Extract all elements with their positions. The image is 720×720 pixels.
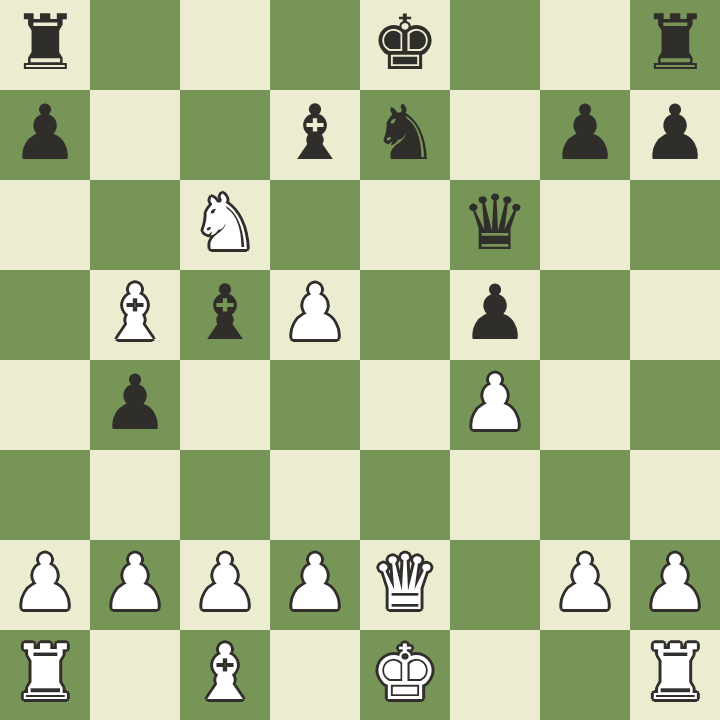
square-a3[interactable]	[0, 450, 90, 540]
square-a6[interactable]	[0, 180, 90, 270]
square-h5[interactable]	[630, 270, 720, 360]
square-g5[interactable]	[540, 270, 630, 360]
piece-black-bishop[interactable]: ♝	[281, 95, 349, 171]
square-h7[interactable]: ♟	[630, 90, 720, 180]
square-g7[interactable]: ♟	[540, 90, 630, 180]
square-e8[interactable]: ♚	[360, 0, 450, 90]
square-g8[interactable]	[540, 0, 630, 90]
piece-black-king[interactable]: ♚	[371, 5, 439, 81]
square-b8[interactable]	[90, 0, 180, 90]
piece-white-knight[interactable]: ♞	[191, 185, 259, 261]
square-c2[interactable]: ♟	[180, 540, 270, 630]
square-e2[interactable]: ♛	[360, 540, 450, 630]
square-c4[interactable]	[180, 360, 270, 450]
square-b6[interactable]	[90, 180, 180, 270]
piece-white-queen[interactable]: ♛	[371, 545, 439, 621]
square-b5[interactable]: ♝	[90, 270, 180, 360]
square-d4[interactable]	[270, 360, 360, 450]
piece-black-pawn[interactable]: ♟	[101, 365, 169, 441]
square-c6[interactable]: ♞	[180, 180, 270, 270]
square-d1[interactable]	[270, 630, 360, 720]
piece-black-pawn[interactable]: ♟	[461, 275, 529, 351]
square-d7[interactable]: ♝	[270, 90, 360, 180]
piece-white-king[interactable]: ♚	[371, 635, 439, 711]
square-b3[interactable]	[90, 450, 180, 540]
square-e3[interactable]	[360, 450, 450, 540]
square-f4[interactable]: ♟	[450, 360, 540, 450]
square-b2[interactable]: ♟	[90, 540, 180, 630]
piece-black-knight[interactable]: ♞	[371, 95, 439, 171]
square-c1[interactable]: ♝	[180, 630, 270, 720]
square-h6[interactable]	[630, 180, 720, 270]
square-f6[interactable]: ♛	[450, 180, 540, 270]
square-g6[interactable]	[540, 180, 630, 270]
piece-white-pawn[interactable]: ♟	[641, 545, 709, 621]
piece-black-pawn[interactable]: ♟	[11, 95, 79, 171]
piece-white-pawn[interactable]: ♟	[281, 545, 349, 621]
square-f5[interactable]: ♟	[450, 270, 540, 360]
square-c5[interactable]: ♝	[180, 270, 270, 360]
square-f8[interactable]	[450, 0, 540, 90]
square-a4[interactable]	[0, 360, 90, 450]
square-d5[interactable]: ♟	[270, 270, 360, 360]
piece-white-pawn[interactable]: ♟	[281, 275, 349, 351]
square-d3[interactable]	[270, 450, 360, 540]
piece-white-pawn[interactable]: ♟	[191, 545, 259, 621]
square-a8[interactable]: ♜	[0, 0, 90, 90]
square-f1[interactable]	[450, 630, 540, 720]
piece-white-rook[interactable]: ♜	[11, 635, 79, 711]
square-a2[interactable]: ♟	[0, 540, 90, 630]
square-d2[interactable]: ♟	[270, 540, 360, 630]
square-c3[interactable]	[180, 450, 270, 540]
square-d6[interactable]	[270, 180, 360, 270]
square-h2[interactable]: ♟	[630, 540, 720, 630]
square-d8[interactable]	[270, 0, 360, 90]
square-c8[interactable]	[180, 0, 270, 90]
square-e6[interactable]	[360, 180, 450, 270]
piece-black-pawn[interactable]: ♟	[641, 95, 709, 171]
square-f2[interactable]	[450, 540, 540, 630]
piece-white-pawn[interactable]: ♟	[551, 545, 619, 621]
piece-black-pawn[interactable]: ♟	[551, 95, 619, 171]
piece-white-pawn[interactable]: ♟	[101, 545, 169, 621]
piece-black-bishop[interactable]: ♝	[191, 275, 259, 351]
square-g2[interactable]: ♟	[540, 540, 630, 630]
square-a5[interactable]	[0, 270, 90, 360]
square-b1[interactable]	[90, 630, 180, 720]
square-h4[interactable]	[630, 360, 720, 450]
square-c7[interactable]	[180, 90, 270, 180]
square-e4[interactable]	[360, 360, 450, 450]
piece-black-queen[interactable]: ♛	[461, 185, 529, 261]
square-e7[interactable]: ♞	[360, 90, 450, 180]
square-b7[interactable]	[90, 90, 180, 180]
piece-white-pawn[interactable]: ♟	[461, 365, 529, 441]
square-g4[interactable]	[540, 360, 630, 450]
piece-white-bishop[interactable]: ♝	[101, 275, 169, 351]
piece-black-rook[interactable]: ♜	[11, 5, 79, 81]
square-f3[interactable]	[450, 450, 540, 540]
square-a7[interactable]: ♟	[0, 90, 90, 180]
square-e1[interactable]: ♚	[360, 630, 450, 720]
square-a1[interactable]: ♜	[0, 630, 90, 720]
piece-white-rook[interactable]: ♜	[641, 635, 709, 711]
square-g1[interactable]	[540, 630, 630, 720]
piece-black-rook[interactable]: ♜	[641, 5, 709, 81]
square-g3[interactable]	[540, 450, 630, 540]
square-b4[interactable]: ♟	[90, 360, 180, 450]
square-f7[interactable]	[450, 90, 540, 180]
square-h8[interactable]: ♜	[630, 0, 720, 90]
chess-board: ♜♚♜♟♝♞♟♟♞♛♝♝♟♟♟♟♟♟♟♟♛♟♟♜♝♚♜	[0, 0, 720, 720]
piece-white-pawn[interactable]: ♟	[11, 545, 79, 621]
piece-white-bishop[interactable]: ♝	[191, 635, 259, 711]
square-e5[interactable]	[360, 270, 450, 360]
square-h1[interactable]: ♜	[630, 630, 720, 720]
square-h3[interactable]	[630, 450, 720, 540]
